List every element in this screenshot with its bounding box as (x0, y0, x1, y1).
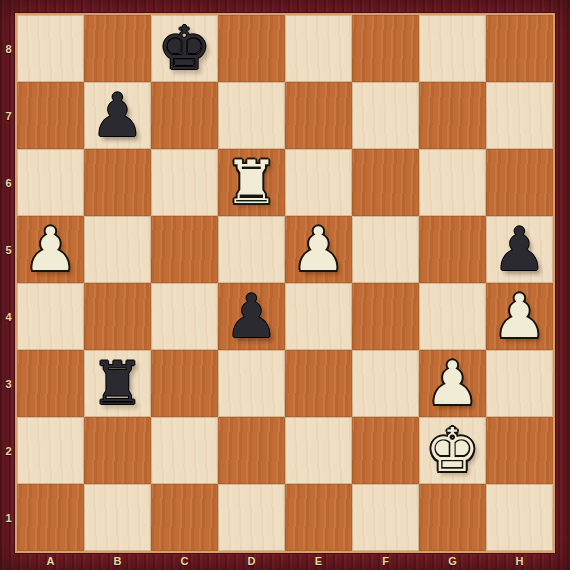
square-d1[interactable] (218, 484, 285, 551)
square-b7[interactable]: ♟ (84, 82, 151, 149)
square-g8[interactable] (419, 15, 486, 82)
file-label-a: A (17, 551, 84, 570)
file-label-b: B (84, 551, 151, 570)
file-label-g: G (419, 551, 486, 570)
file-labels: ABCDEFGH (17, 551, 553, 570)
rank-label-7: 7 (0, 82, 17, 149)
square-f5[interactable] (352, 216, 419, 283)
square-h6[interactable] (486, 149, 553, 216)
square-d8[interactable] (218, 15, 285, 82)
square-d3[interactable] (218, 350, 285, 417)
square-f8[interactable] (352, 15, 419, 82)
square-h4[interactable]: ♟ (486, 283, 553, 350)
square-c3[interactable] (151, 350, 218, 417)
piece-white-rook-d6[interactable]: ♜ (225, 152, 279, 212)
file-label-c: C (151, 551, 218, 570)
square-e8[interactable] (285, 15, 352, 82)
square-b5[interactable] (84, 216, 151, 283)
square-e3[interactable] (285, 350, 352, 417)
file-label-f: F (352, 551, 419, 570)
piece-black-king-c8[interactable]: ♚ (158, 18, 212, 78)
square-a3[interactable] (17, 350, 84, 417)
square-c6[interactable] (151, 149, 218, 216)
square-h1[interactable] (486, 484, 553, 551)
square-g6[interactable] (419, 149, 486, 216)
square-f6[interactable] (352, 149, 419, 216)
square-a2[interactable] (17, 417, 84, 484)
square-f7[interactable] (352, 82, 419, 149)
square-h3[interactable] (486, 350, 553, 417)
square-a7[interactable] (17, 82, 84, 149)
chessboard: ♚♟♜♟♟♟♟♟♜♟♚ (17, 15, 553, 551)
square-f4[interactable] (352, 283, 419, 350)
square-c5[interactable] (151, 216, 218, 283)
square-f2[interactable] (352, 417, 419, 484)
square-a1[interactable] (17, 484, 84, 551)
square-a8[interactable] (17, 15, 84, 82)
piece-white-pawn-h4[interactable]: ♟ (493, 286, 547, 346)
piece-black-pawn-d4[interactable]: ♟ (225, 286, 279, 346)
piece-white-pawn-e5[interactable]: ♟ (292, 219, 346, 279)
piece-white-pawn-a5[interactable]: ♟ (24, 219, 78, 279)
square-e1[interactable] (285, 484, 352, 551)
square-a6[interactable] (17, 149, 84, 216)
square-g4[interactable] (419, 283, 486, 350)
rank-label-5: 5 (0, 216, 17, 283)
square-d6[interactable]: ♜ (218, 149, 285, 216)
square-g1[interactable] (419, 484, 486, 551)
square-c1[interactable] (151, 484, 218, 551)
square-b2[interactable] (84, 417, 151, 484)
rank-label-3: 3 (0, 350, 17, 417)
piece-white-pawn-g3[interactable]: ♟ (426, 353, 480, 413)
square-b8[interactable] (84, 15, 151, 82)
square-a5[interactable]: ♟ (17, 216, 84, 283)
piece-white-king-g2[interactable]: ♚ (426, 420, 480, 480)
square-d7[interactable] (218, 82, 285, 149)
square-e2[interactable] (285, 417, 352, 484)
square-g2[interactable]: ♚ (419, 417, 486, 484)
square-h8[interactable] (486, 15, 553, 82)
file-label-d: D (218, 551, 285, 570)
square-d4[interactable]: ♟ (218, 283, 285, 350)
square-g5[interactable] (419, 216, 486, 283)
square-g3[interactable]: ♟ (419, 350, 486, 417)
square-g7[interactable] (419, 82, 486, 149)
square-d2[interactable] (218, 417, 285, 484)
rank-label-4: 4 (0, 283, 17, 350)
square-f3[interactable] (352, 350, 419, 417)
square-b1[interactable] (84, 484, 151, 551)
file-label-e: E (285, 551, 352, 570)
board-frame: 87654321 ♚♟♜♟♟♟♟♟♜♟♚ ABCDEFGH (0, 0, 570, 570)
square-c4[interactable] (151, 283, 218, 350)
square-c7[interactable] (151, 82, 218, 149)
square-c2[interactable] (151, 417, 218, 484)
rank-label-8: 8 (0, 15, 17, 82)
square-a4[interactable] (17, 283, 84, 350)
square-b6[interactable] (84, 149, 151, 216)
square-h5[interactable]: ♟ (486, 216, 553, 283)
square-e5[interactable]: ♟ (285, 216, 352, 283)
rank-label-6: 6 (0, 149, 17, 216)
square-f1[interactable] (352, 484, 419, 551)
piece-black-pawn-b7[interactable]: ♟ (91, 85, 145, 145)
square-e7[interactable] (285, 82, 352, 149)
square-b4[interactable] (84, 283, 151, 350)
piece-black-pawn-h5[interactable]: ♟ (493, 219, 547, 279)
square-h2[interactable] (486, 417, 553, 484)
square-e4[interactable] (285, 283, 352, 350)
square-h7[interactable] (486, 82, 553, 149)
file-label-h: H (486, 551, 553, 570)
piece-black-rook-b3[interactable]: ♜ (91, 353, 145, 413)
square-c8[interactable]: ♚ (151, 15, 218, 82)
square-e6[interactable] (285, 149, 352, 216)
square-b3[interactable]: ♜ (84, 350, 151, 417)
rank-labels: 87654321 (0, 15, 17, 551)
rank-label-2: 2 (0, 417, 17, 484)
rank-label-1: 1 (0, 484, 17, 551)
square-d5[interactable] (218, 216, 285, 283)
